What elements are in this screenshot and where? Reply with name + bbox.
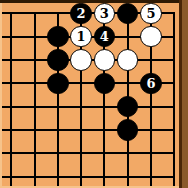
go-diagram: 235146 [0,0,188,188]
move-number: 4 [100,30,109,43]
board-cut-edge-left [0,0,2,188]
move-number: 6 [146,76,155,89]
stone-white[interactable] [140,26,162,48]
grid-vline [10,12,12,186]
stone-white-move-1[interactable]: 1 [70,26,92,48]
stone-white[interactable] [94,49,116,71]
grid-vline [173,12,175,186]
stone-black-move-2[interactable]: 2 [70,3,92,25]
move-number: 2 [77,6,86,19]
stone-black[interactable] [47,49,69,71]
grid-vline [34,12,36,186]
move-number: 3 [100,6,109,19]
go-board[interactable]: 235146 [0,0,188,188]
stone-black[interactable] [47,26,69,48]
stone-white[interactable] [70,49,92,71]
stone-black[interactable] [94,73,116,95]
stone-black-move-6[interactable]: 6 [140,73,162,95]
move-number: 5 [146,6,155,19]
board-cut-edge-bottom [0,186,188,188]
stone-white-move-5[interactable]: 5 [140,3,162,25]
stone-white[interactable] [117,49,139,71]
board-frame-top [0,0,188,3]
stone-black[interactable] [117,119,139,141]
stone-black[interactable] [117,3,139,25]
stone-black[interactable] [47,73,69,95]
move-number: 1 [77,30,86,43]
board-frame-right [179,0,188,188]
stone-black[interactable] [117,96,139,118]
stone-black-move-4[interactable]: 4 [94,26,116,48]
stone-white-move-3[interactable]: 3 [94,3,116,25]
